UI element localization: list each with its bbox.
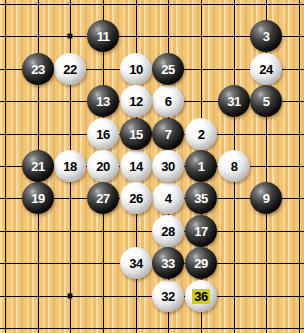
stone-white-14[interactable]: 14 <box>120 150 152 182</box>
stone-black-15[interactable]: 15 <box>120 118 152 150</box>
move-number-label: 7 <box>165 128 172 141</box>
stone-black-7[interactable]: 7 <box>152 118 184 150</box>
move-number-label: 1 <box>198 160 205 173</box>
stone-black-9[interactable]: 9 <box>250 182 282 214</box>
stone-black-23[interactable]: 23 <box>22 53 54 85</box>
move-number-label: 10 <box>129 63 142 76</box>
move-number-label: 23 <box>31 63 44 76</box>
stone-white-12[interactable]: 12 <box>120 85 152 117</box>
move-number-label: 33 <box>161 257 174 270</box>
stone-white-4[interactable]: 4 <box>152 182 184 214</box>
move-number-label: 24 <box>259 63 272 76</box>
move-number-label: 16 <box>96 128 109 141</box>
go-board[interactable]: 1234567891011121314151617181920212223242… <box>0 0 304 333</box>
last-move-number-label: 36 <box>192 289 209 304</box>
stone-white-26[interactable]: 26 <box>120 182 152 214</box>
move-number-label: 13 <box>96 95 109 108</box>
grid-line-horizontal-1 <box>0 4 304 5</box>
move-number-label: 20 <box>96 160 109 173</box>
move-number-label: 3 <box>263 30 270 43</box>
stone-white-30[interactable]: 30 <box>152 150 184 182</box>
stone-white-28[interactable]: 28 <box>152 215 184 247</box>
stone-black-13[interactable]: 13 <box>87 85 119 117</box>
move-number-label: 11 <box>97 30 110 43</box>
stone-black-11[interactable]: 11 <box>87 20 119 52</box>
stone-white-8[interactable]: 8 <box>218 150 250 182</box>
stone-white-6[interactable]: 6 <box>152 85 184 117</box>
stone-black-17[interactable]: 17 <box>185 215 217 247</box>
move-number-label: 8 <box>231 160 238 173</box>
stone-white-2[interactable]: 2 <box>185 118 217 150</box>
stone-black-31[interactable]: 31 <box>218 85 250 117</box>
move-number-label: 9 <box>263 192 270 205</box>
star-point-1 <box>68 34 73 39</box>
stone-black-35[interactable]: 35 <box>185 182 217 214</box>
move-number-label: 22 <box>63 63 76 76</box>
stone-white-32[interactable]: 32 <box>152 280 184 312</box>
stone-white-16[interactable]: 16 <box>87 118 119 150</box>
stone-white-10[interactable]: 10 <box>120 53 152 85</box>
stone-white-34[interactable]: 34 <box>120 247 152 279</box>
move-number-label: 35 <box>194 192 207 205</box>
stone-white-20[interactable]: 20 <box>87 150 119 182</box>
move-number-label: 31 <box>227 95 240 108</box>
move-number-label: 12 <box>129 95 142 108</box>
move-number-label: 2 <box>198 128 205 141</box>
move-number-label: 30 <box>161 160 174 173</box>
move-number-label: 26 <box>129 192 142 205</box>
move-number-label: 5 <box>263 95 270 108</box>
stone-black-33[interactable]: 33 <box>152 247 184 279</box>
move-number-label: 25 <box>161 63 174 76</box>
stone-black-19[interactable]: 19 <box>22 182 54 214</box>
move-number-label: 21 <box>31 160 44 173</box>
move-number-label: 27 <box>96 192 109 205</box>
stone-white-18[interactable]: 18 <box>54 150 86 182</box>
stone-black-5[interactable]: 5 <box>250 85 282 117</box>
move-number-label: 15 <box>129 128 142 141</box>
stone-black-29[interactable]: 29 <box>185 247 217 279</box>
stone-white-24[interactable]: 24 <box>250 53 282 85</box>
star-point-2 <box>68 294 73 299</box>
move-number-label: 17 <box>194 225 207 238</box>
stone-black-25[interactable]: 25 <box>152 53 184 85</box>
stone-white-36[interactable]: 36 <box>185 280 217 312</box>
move-number-label: 32 <box>161 290 174 303</box>
grid-line-horizontal-11 <box>0 328 304 329</box>
move-number-label: 6 <box>165 95 172 108</box>
move-number-label: 4 <box>165 192 172 205</box>
move-number-label: 28 <box>161 225 174 238</box>
stone-white-22[interactable]: 22 <box>54 53 86 85</box>
stone-black-1[interactable]: 1 <box>185 150 217 182</box>
move-number-label: 14 <box>129 160 142 173</box>
move-number-label: 34 <box>129 257 142 270</box>
stone-black-3[interactable]: 3 <box>250 20 282 52</box>
move-number-label: 18 <box>63 160 76 173</box>
move-number-label: 19 <box>31 192 44 205</box>
stone-black-21[interactable]: 21 <box>22 150 54 182</box>
stone-black-27[interactable]: 27 <box>87 182 119 214</box>
move-number-label: 29 <box>194 257 207 270</box>
